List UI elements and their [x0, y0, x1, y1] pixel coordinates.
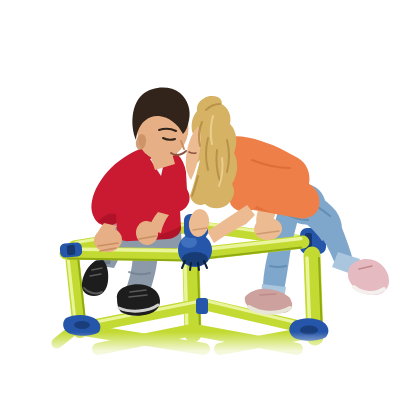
- hub-vent: [190, 263, 191, 270]
- center-post: [191, 263, 193, 334]
- left-corner-connector: [60, 242, 83, 258]
- bottom-fade: [0, 332, 400, 366]
- hub-sphere-bottom: [182, 252, 208, 266]
- jeans-fold: [270, 266, 286, 267]
- front-bar-highlight: [68, 249, 191, 251]
- product-photo: [0, 0, 400, 400]
- left-bottom-connector-shade: [74, 321, 90, 329]
- girl-left-lace: [260, 294, 276, 295]
- front-bar-left: [66, 253, 193, 255]
- center-post-clamp: [196, 298, 208, 314]
- post-highlight: [185, 265, 187, 333]
- photo-canvas: [0, 0, 400, 400]
- hub-vent: [198, 263, 199, 270]
- left-corner-clamp-slot: [67, 245, 76, 256]
